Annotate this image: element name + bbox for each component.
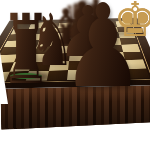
black-pawn-near-piece: ♟ xyxy=(57,0,150,104)
black-rook-piece: ♜ xyxy=(0,2,54,98)
chess-set-photo: ♜ ♞ ♝ ♛ ♚ ♟ ♟ ♟ ♟ ♚ xyxy=(0,0,150,150)
